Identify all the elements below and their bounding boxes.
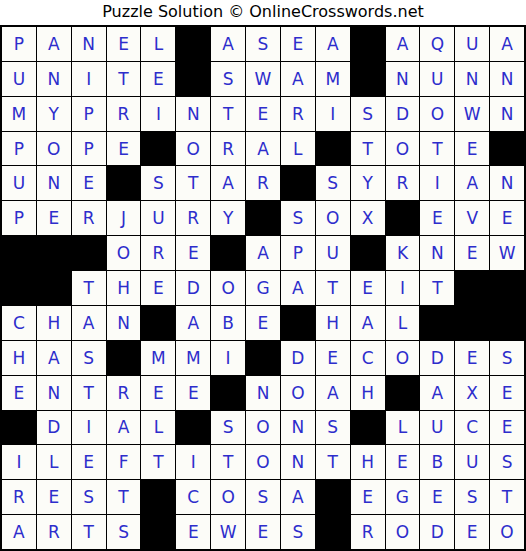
grid-cell-r15c8: E <box>246 515 280 549</box>
grid-cell-r15c1: A <box>2 515 36 549</box>
grid-cell-r10c10: E <box>316 341 350 375</box>
grid-cell-r7c7 <box>211 236 245 270</box>
grid-cell-r4c14: E <box>455 132 489 166</box>
grid-cell-r6c1: P <box>2 201 36 235</box>
grid-cell-r10c2: A <box>37 341 71 375</box>
grid-cell-r10c15: S <box>490 341 524 375</box>
grid-cell-r14c9: A <box>281 480 315 514</box>
grid-cell-r10c8 <box>246 341 280 375</box>
grid-cell-r2c5: E <box>141 62 175 96</box>
grid-cell-r9c15 <box>490 306 524 340</box>
grid-cell-r4c13: T <box>420 132 454 166</box>
grid-cell-r9c1: C <box>2 306 36 340</box>
grid-cell-r12c5: L <box>141 411 175 445</box>
grid-cell-r13c14: U <box>455 445 489 479</box>
grid-cell-r9c10: H <box>316 306 350 340</box>
grid-cell-r13c2: L <box>37 445 71 479</box>
grid-cell-r8c13: T <box>420 271 454 305</box>
grid-cell-r9c6: A <box>176 306 210 340</box>
grid-cell-r14c5 <box>141 480 175 514</box>
grid-cell-r12c10: S <box>316 411 350 445</box>
grid-cell-r3c10: I <box>316 97 350 131</box>
grid-cell-r4c8: A <box>246 132 280 166</box>
grid-cell-r7c4: O <box>107 236 141 270</box>
grid-cell-r13c6: I <box>176 445 210 479</box>
grid-cell-r12c1 <box>2 411 36 445</box>
grid-cell-r4c5 <box>141 132 175 166</box>
grid-cell-r10c12: O <box>386 341 420 375</box>
grid-cell-r9c7: B <box>211 306 245 340</box>
grid-cell-r12c6 <box>176 411 210 445</box>
grid-cell-r7c10: U <box>316 236 350 270</box>
grid-cell-r9c9 <box>281 306 315 340</box>
grid-cell-r4c10 <box>316 132 350 166</box>
grid-cell-r12c14: C <box>455 411 489 445</box>
grid-cell-r10c3: S <box>72 341 106 375</box>
grid-cell-r8c14 <box>455 271 489 305</box>
grid-cell-r1c3: N <box>72 27 106 61</box>
grid-cell-r12c9: N <box>281 411 315 445</box>
grid-cell-r9c13 <box>420 306 454 340</box>
grid-cell-r6c3: R <box>72 201 106 235</box>
grid-cell-r15c15: O <box>490 515 524 549</box>
grid-cell-r15c4: S <box>107 515 141 549</box>
grid-cell-r10c11: C <box>351 341 385 375</box>
grid-cell-r9c3: A <box>72 306 106 340</box>
grid-cell-r12c3: I <box>72 411 106 445</box>
grid-cell-r8c4: H <box>107 271 141 305</box>
grid-cell-r7c5: R <box>141 236 175 270</box>
grid-cell-r8c9: A <box>281 271 315 305</box>
grid-cell-r13c4: F <box>107 445 141 479</box>
grid-cell-r8c10: T <box>316 271 350 305</box>
grid-cell-r11c7 <box>211 376 245 410</box>
grid-cell-r15c11: R <box>351 515 385 549</box>
grid-cell-r5c13: I <box>420 166 454 200</box>
grid-cell-r14c2: E <box>37 480 71 514</box>
grid-cell-r6c6: R <box>176 201 210 235</box>
grid-cell-r15c13: D <box>420 515 454 549</box>
grid-cell-r12c15: E <box>490 411 524 445</box>
grid-cell-r10c1: H <box>2 341 36 375</box>
grid-cell-r5c1: U <box>2 166 36 200</box>
grid-cell-r11c8: N <box>246 376 280 410</box>
grid-cell-r4c6: O <box>176 132 210 166</box>
grid-cell-r12c11 <box>351 411 385 445</box>
grid-cell-r3c15: N <box>490 97 524 131</box>
grid-cell-r2c10: M <box>316 62 350 96</box>
grid-cell-r4c3: P <box>72 132 106 166</box>
grid-cell-r7c2 <box>37 236 71 270</box>
grid-cell-r5c7: A <box>211 166 245 200</box>
grid-cell-r6c11: X <box>351 201 385 235</box>
grid-cell-r4c2: O <box>37 132 71 166</box>
grid-cell-r13c1: I <box>2 445 36 479</box>
grid-cell-r5c15: N <box>490 166 524 200</box>
grid-cell-r4c4: E <box>107 132 141 166</box>
grid-cell-r9c2: H <box>37 306 71 340</box>
grid-cell-r13c5: T <box>141 445 175 479</box>
grid-cell-r3c6: N <box>176 97 210 131</box>
grid-cell-r7c13: N <box>420 236 454 270</box>
grid-cell-r6c12 <box>386 201 420 235</box>
grid-cell-r4c15 <box>490 132 524 166</box>
grid-cell-r8c5: E <box>141 271 175 305</box>
puzzle-solution-page: Puzzle Solution © OnlineCrosswords.net P… <box>0 0 526 551</box>
grid-cell-r8c11: E <box>351 271 385 305</box>
grid-cell-r2c9: A <box>281 62 315 96</box>
grid-cell-r7c8: A <box>246 236 280 270</box>
grid-cell-r15c12: O <box>386 515 420 549</box>
grid-cell-r1c8: S <box>246 27 280 61</box>
grid-cell-r4c1: P <box>2 132 36 166</box>
grid-cell-r11c12 <box>386 376 420 410</box>
grid-cell-r14c15: T <box>490 480 524 514</box>
grid-cell-r1c12: A <box>386 27 420 61</box>
grid-cell-r8c1 <box>2 271 36 305</box>
grid-cell-r12c7: S <box>211 411 245 445</box>
grid-cell-r3c3: P <box>72 97 106 131</box>
grid-cell-r8c3: T <box>72 271 106 305</box>
grid-cell-r11c11: H <box>351 376 385 410</box>
grid-cell-r6c5: U <box>141 201 175 235</box>
grid-cell-r15c6: E <box>176 515 210 549</box>
grid-cell-r11c4: R <box>107 376 141 410</box>
grid-cell-r11c2: N <box>37 376 71 410</box>
grid-cell-r14c7: O <box>211 480 245 514</box>
grid-cell-r2c6 <box>176 62 210 96</box>
grid-cell-r15c5 <box>141 515 175 549</box>
grid-cell-r9c5 <box>141 306 175 340</box>
grid-cell-r4c11: T <box>351 132 385 166</box>
grid-cell-r2c8: W <box>246 62 280 96</box>
grid-cell-r7c12: K <box>386 236 420 270</box>
grid-cell-r12c12: L <box>386 411 420 445</box>
grid-cell-r3c9: R <box>281 97 315 131</box>
grid-cell-r6c7: Y <box>211 201 245 235</box>
grid-cell-r2c11 <box>351 62 385 96</box>
grid-cell-r2c3: I <box>72 62 106 96</box>
grid-cell-r10c9: D <box>281 341 315 375</box>
grid-cell-r10c13: D <box>420 341 454 375</box>
grid-cell-r14c10 <box>316 480 350 514</box>
grid-cell-r5c6: T <box>176 166 210 200</box>
grid-cell-r10c6: M <box>176 341 210 375</box>
grid-cell-r14c12: G <box>386 480 420 514</box>
grid-cell-r9c4: N <box>107 306 141 340</box>
grid-cell-r13c12: E <box>386 445 420 479</box>
grid-cell-r1c5: L <box>141 27 175 61</box>
grid-cell-r5c3: E <box>72 166 106 200</box>
grid-cell-r11c14: X <box>455 376 489 410</box>
grid-cell-r1c4: E <box>107 27 141 61</box>
grid-cell-r12c2: D <box>37 411 71 445</box>
grid-cell-r6c8 <box>246 201 280 235</box>
grid-cell-r6c15: E <box>490 201 524 235</box>
grid-cell-r6c10: O <box>316 201 350 235</box>
grid-cell-r13c11: H <box>351 445 385 479</box>
grid-cell-r7c15: W <box>490 236 524 270</box>
grid-cell-r11c3: T <box>72 376 106 410</box>
grid-cell-r3c2: Y <box>37 97 71 131</box>
grid-cell-r10c4 <box>107 341 141 375</box>
grid-cell-r1c10: A <box>316 27 350 61</box>
grid-cell-r8c8: G <box>246 271 280 305</box>
grid-cell-r8c7: O <box>211 271 245 305</box>
crossword-grid: PANELASEAAQUAUNITESWAMNUNNMYPRINTERISDOW… <box>0 25 526 551</box>
grid-cell-r3c1: M <box>2 97 36 131</box>
grid-cell-r9c11: A <box>351 306 385 340</box>
grid-cell-r14c4: T <box>107 480 141 514</box>
grid-cell-r8c6: D <box>176 271 210 305</box>
grid-cell-r6c14: V <box>455 201 489 235</box>
grid-cell-r14c11: E <box>351 480 385 514</box>
grid-cell-r3c4: R <box>107 97 141 131</box>
grid-cell-r1c2: A <box>37 27 71 61</box>
grid-cell-r2c1: U <box>2 62 36 96</box>
grid-cell-r6c13: E <box>420 201 454 235</box>
grid-cell-r6c9: S <box>281 201 315 235</box>
grid-cell-r3c13: O <box>420 97 454 131</box>
grid-cell-r11c5: E <box>141 376 175 410</box>
grid-cell-r4c7: R <box>211 132 245 166</box>
grid-cell-r2c13: U <box>420 62 454 96</box>
grid-cell-r14c8: S <box>246 480 280 514</box>
grid-cell-r13c15: S <box>490 445 524 479</box>
grid-cell-r5c5: S <box>141 166 175 200</box>
grid-cell-r1c14: U <box>455 27 489 61</box>
grid-cell-r2c14: N <box>455 62 489 96</box>
grid-cell-r12c4: A <box>107 411 141 445</box>
grid-cell-r14c1: R <box>2 480 36 514</box>
grid-cell-r5c8: R <box>246 166 280 200</box>
grid-cell-r15c7: W <box>211 515 245 549</box>
grid-cell-r4c12: O <box>386 132 420 166</box>
grid-cell-r1c11 <box>351 27 385 61</box>
grid-cell-r5c9 <box>281 166 315 200</box>
grid-cell-r3c7: T <box>211 97 245 131</box>
grid-cell-r14c3: S <box>72 480 106 514</box>
grid-cell-r1c9: E <box>281 27 315 61</box>
grid-cell-r13c10: T <box>316 445 350 479</box>
grid-cell-r15c2: R <box>37 515 71 549</box>
grid-cell-r2c12: N <box>386 62 420 96</box>
grid-cell-r3c5: I <box>141 97 175 131</box>
grid-cell-r7c14: E <box>455 236 489 270</box>
grid-cell-r11c15: E <box>490 376 524 410</box>
grid-cell-r7c6: E <box>176 236 210 270</box>
grid-cell-r3c11: S <box>351 97 385 131</box>
grid-cell-r1c1: P <box>2 27 36 61</box>
grid-cell-r7c9: P <box>281 236 315 270</box>
grid-cell-r6c2: E <box>37 201 71 235</box>
grid-cell-r14c14: S <box>455 480 489 514</box>
grid-cell-r13c13: B <box>420 445 454 479</box>
grid-cell-r11c6: E <box>176 376 210 410</box>
grid-cell-r11c1: E <box>2 376 36 410</box>
grid-cell-r14c13: E <box>420 480 454 514</box>
grid-cell-r8c12: I <box>386 271 420 305</box>
grid-cell-r1c15: A <box>490 27 524 61</box>
grid-cell-r8c15 <box>490 271 524 305</box>
grid-cell-r7c3 <box>72 236 106 270</box>
grid-cell-r5c12: R <box>386 166 420 200</box>
grid-cell-r12c13: U <box>420 411 454 445</box>
grid-cell-r10c14: E <box>455 341 489 375</box>
grid-cell-r11c10: A <box>316 376 350 410</box>
grid-cell-r7c11 <box>351 236 385 270</box>
puzzle-title: Puzzle Solution © OnlineCrosswords.net <box>0 0 526 25</box>
grid-cell-r1c6 <box>176 27 210 61</box>
grid-cell-r15c14: E <box>455 515 489 549</box>
grid-cell-r13c8: O <box>246 445 280 479</box>
grid-cell-r8c2 <box>37 271 71 305</box>
grid-cell-r3c12: D <box>386 97 420 131</box>
grid-cell-r2c7: S <box>211 62 245 96</box>
grid-cell-r3c14: W <box>455 97 489 131</box>
grid-cell-r15c9: S <box>281 515 315 549</box>
grid-cell-r4c9: L <box>281 132 315 166</box>
grid-cell-r1c13: Q <box>420 27 454 61</box>
grid-cell-r9c14 <box>455 306 489 340</box>
grid-cell-r2c4: T <box>107 62 141 96</box>
grid-cell-r12c8: O <box>246 411 280 445</box>
grid-cell-r5c4 <box>107 166 141 200</box>
grid-cell-r10c5: M <box>141 341 175 375</box>
grid-cell-r5c11: Y <box>351 166 385 200</box>
grid-cell-r5c2: N <box>37 166 71 200</box>
grid-cell-r3c8: E <box>246 97 280 131</box>
grid-cell-r13c7: T <box>211 445 245 479</box>
grid-cell-r15c3: T <box>72 515 106 549</box>
grid-cell-r1c7: A <box>211 27 245 61</box>
grid-cell-r10c7: I <box>211 341 245 375</box>
grid-cell-r11c9: O <box>281 376 315 410</box>
grid-cell-r15c10 <box>316 515 350 549</box>
grid-cell-r9c8: E <box>246 306 280 340</box>
grid-cell-r2c2: N <box>37 62 71 96</box>
grid-cell-r13c3: E <box>72 445 106 479</box>
grid-cell-r11c13: A <box>420 376 454 410</box>
grid-cell-r2c15: N <box>490 62 524 96</box>
grid-cell-r9c12: L <box>386 306 420 340</box>
grid-cell-r7c1 <box>2 236 36 270</box>
grid-cell-r5c10: S <box>316 166 350 200</box>
grid-cell-r6c4: J <box>107 201 141 235</box>
grid-cell-r14c6: C <box>176 480 210 514</box>
grid-cell-r13c9: N <box>281 445 315 479</box>
grid-cell-r5c14: A <box>455 166 489 200</box>
